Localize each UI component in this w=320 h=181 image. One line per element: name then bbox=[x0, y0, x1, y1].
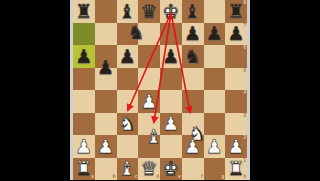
square-a1[interactable]: a bbox=[73, 158, 95, 181]
square-c6[interactable] bbox=[117, 45, 139, 68]
file-label-b: b bbox=[113, 175, 116, 180]
file-label-a: a bbox=[91, 175, 94, 180]
square-e5[interactable] bbox=[160, 68, 182, 91]
square-b7[interactable] bbox=[95, 23, 117, 46]
square-e2[interactable] bbox=[160, 135, 182, 158]
square-e6[interactable] bbox=[160, 45, 182, 68]
square-h1[interactable]: 1h bbox=[225, 158, 247, 181]
square-d6[interactable] bbox=[138, 45, 160, 68]
square-g5[interactable] bbox=[204, 68, 226, 91]
square-b4[interactable] bbox=[95, 90, 117, 113]
square-a2[interactable] bbox=[73, 135, 95, 158]
square-h7[interactable]: 7 bbox=[225, 23, 247, 46]
file-label-g: g bbox=[222, 175, 225, 180]
rank-label-2: 2 bbox=[243, 136, 246, 141]
rank-label-6: 6 bbox=[243, 46, 246, 51]
square-e8[interactable] bbox=[160, 0, 182, 23]
chess-board[interactable]: 8765432abcdefg1h ♜♝♛♚♝♜♞♟♟♟♟♟♟♞♟♟♞♝♟♞♟♟♟… bbox=[73, 0, 247, 180]
file-label-f: f bbox=[201, 175, 203, 180]
square-g7[interactable] bbox=[204, 23, 226, 46]
square-d5[interactable] bbox=[138, 68, 160, 91]
rank-label-5: 5 bbox=[243, 69, 246, 74]
file-label-d: d bbox=[156, 175, 159, 180]
square-b1[interactable]: b bbox=[95, 158, 117, 181]
square-a8[interactable] bbox=[73, 0, 95, 23]
square-c3[interactable] bbox=[117, 113, 139, 136]
square-h2[interactable]: 2 bbox=[225, 135, 247, 158]
square-c5[interactable] bbox=[117, 68, 139, 91]
square-c2[interactable] bbox=[117, 135, 139, 158]
square-d4[interactable] bbox=[138, 90, 160, 113]
letterbox-left bbox=[0, 0, 70, 180]
square-e3[interactable] bbox=[160, 113, 182, 136]
square-c7[interactable] bbox=[117, 23, 139, 46]
square-c1[interactable]: c bbox=[117, 158, 139, 181]
square-g6[interactable] bbox=[204, 45, 226, 68]
square-g1[interactable]: g bbox=[204, 158, 226, 181]
rank-label-7: 7 bbox=[243, 24, 246, 29]
square-b2[interactable] bbox=[95, 135, 117, 158]
square-c8[interactable] bbox=[117, 0, 139, 23]
square-a5[interactable] bbox=[73, 68, 95, 91]
square-f4[interactable] bbox=[182, 90, 204, 113]
board-squares[interactable]: 8765432abcdefg1h bbox=[73, 0, 247, 180]
square-d3[interactable] bbox=[138, 113, 160, 136]
rank-label-3: 3 bbox=[243, 114, 246, 119]
square-h5[interactable]: 5 bbox=[225, 68, 247, 91]
square-a6[interactable] bbox=[73, 45, 95, 68]
square-e7[interactable] bbox=[160, 23, 182, 46]
square-f1[interactable]: f bbox=[182, 158, 204, 181]
square-f7[interactable] bbox=[182, 23, 204, 46]
letterbox-right bbox=[250, 0, 320, 180]
file-label-h: h bbox=[243, 175, 246, 180]
square-f6[interactable] bbox=[182, 45, 204, 68]
rank-label-8: 8 bbox=[243, 1, 246, 6]
square-b8[interactable] bbox=[95, 0, 117, 23]
file-label-c: c bbox=[135, 175, 138, 180]
square-f3[interactable] bbox=[182, 113, 204, 136]
square-a3[interactable] bbox=[73, 113, 95, 136]
square-g2[interactable] bbox=[204, 135, 226, 158]
square-h3[interactable]: 3 bbox=[225, 113, 247, 136]
square-f2[interactable] bbox=[182, 135, 204, 158]
file-label-e: e bbox=[178, 175, 181, 180]
video-frame: 8765432abcdefg1h ♜♝♛♚♝♜♞♟♟♟♟♟♟♞♟♟♞♝♟♞♟♟♟… bbox=[0, 0, 320, 180]
rank-label-1: 1 bbox=[243, 159, 246, 164]
square-g4[interactable] bbox=[204, 90, 226, 113]
square-h6[interactable]: 6 bbox=[225, 45, 247, 68]
square-b3[interactable] bbox=[95, 113, 117, 136]
square-d2[interactable] bbox=[138, 135, 160, 158]
square-a4[interactable] bbox=[73, 90, 95, 113]
square-d8[interactable] bbox=[138, 0, 160, 23]
square-d1[interactable]: d bbox=[138, 158, 160, 181]
square-d7[interactable] bbox=[138, 23, 160, 46]
square-f5[interactable] bbox=[182, 68, 204, 91]
square-h8[interactable]: 8 bbox=[225, 0, 247, 23]
square-b5[interactable] bbox=[95, 68, 117, 91]
square-a7[interactable] bbox=[73, 23, 95, 46]
square-f8[interactable] bbox=[182, 0, 204, 23]
square-e4[interactable] bbox=[160, 90, 182, 113]
square-h4[interactable]: 4 bbox=[225, 90, 247, 113]
square-e1[interactable]: e bbox=[160, 158, 182, 181]
square-g8[interactable] bbox=[204, 0, 226, 23]
rank-label-4: 4 bbox=[243, 91, 246, 96]
square-b6[interactable] bbox=[95, 45, 117, 68]
square-c4[interactable] bbox=[117, 90, 139, 113]
square-g3[interactable] bbox=[204, 113, 226, 136]
